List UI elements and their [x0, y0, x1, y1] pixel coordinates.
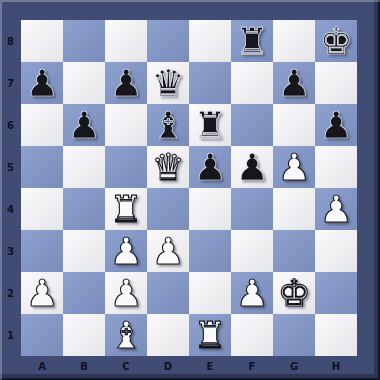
rank-label-3: 3	[0, 230, 21, 272]
square-g5[interactable]: ♟	[273, 146, 315, 188]
rank-label-2: 2	[0, 272, 21, 314]
file-label-f: F	[231, 356, 273, 376]
square-b1[interactable]	[63, 314, 105, 356]
chess-board-frame: 87654321 ABCDEFGH ♜♚♟♟♛♟♟♝♜♟♛♟♟♟♜♟♟♟♟♟♟♚…	[0, 0, 380, 380]
square-b5[interactable]	[63, 146, 105, 188]
square-g2[interactable]: ♚	[273, 272, 315, 314]
square-h8[interactable]: ♚	[315, 20, 357, 62]
rank-labels: 87654321	[0, 20, 21, 356]
square-g7[interactable]: ♟	[273, 62, 315, 104]
square-h6[interactable]: ♟	[315, 104, 357, 146]
piece-white-pawn[interactable]: ♟	[105, 230, 147, 272]
square-c2[interactable]: ♟	[105, 272, 147, 314]
rank-label-8: 8	[0, 20, 21, 62]
piece-black-pawn[interactable]: ♟	[273, 62, 315, 104]
square-f3[interactable]	[231, 230, 273, 272]
piece-white-pawn[interactable]: ♟	[105, 272, 147, 314]
square-a6[interactable]	[21, 104, 63, 146]
square-h4[interactable]: ♟	[315, 188, 357, 230]
file-label-a: A	[21, 356, 63, 376]
square-e7[interactable]	[189, 62, 231, 104]
rank-label-6: 6	[0, 104, 21, 146]
piece-black-pawn[interactable]: ♟	[189, 146, 231, 188]
square-e8[interactable]	[189, 20, 231, 62]
piece-white-rook[interactable]: ♜	[105, 188, 147, 230]
file-label-g: G	[273, 356, 315, 376]
piece-white-pawn[interactable]: ♟	[21, 272, 63, 314]
piece-black-pawn[interactable]: ♟	[231, 146, 273, 188]
square-f8[interactable]: ♜	[231, 20, 273, 62]
square-b2[interactable]	[63, 272, 105, 314]
square-b6[interactable]: ♟	[63, 104, 105, 146]
square-f6[interactable]	[231, 104, 273, 146]
file-label-c: C	[105, 356, 147, 376]
square-a4[interactable]	[21, 188, 63, 230]
square-a8[interactable]	[21, 20, 63, 62]
square-c5[interactable]	[105, 146, 147, 188]
piece-white-pawn[interactable]: ♟	[147, 230, 189, 272]
piece-black-rook[interactable]: ♜	[231, 20, 273, 62]
square-d4[interactable]	[147, 188, 189, 230]
square-g1[interactable]	[273, 314, 315, 356]
piece-white-queen[interactable]: ♛	[147, 146, 189, 188]
square-a2[interactable]: ♟	[21, 272, 63, 314]
square-e4[interactable]	[189, 188, 231, 230]
square-a3[interactable]	[21, 230, 63, 272]
piece-black-pawn[interactable]: ♟	[105, 62, 147, 104]
square-e6[interactable]: ♜	[189, 104, 231, 146]
square-b3[interactable]	[63, 230, 105, 272]
piece-black-pawn[interactable]: ♟	[315, 104, 357, 146]
square-c8[interactable]	[105, 20, 147, 62]
file-labels: ABCDEFGH	[21, 356, 357, 376]
square-e1[interactable]: ♜	[189, 314, 231, 356]
square-d7[interactable]: ♛	[147, 62, 189, 104]
square-g8[interactable]	[273, 20, 315, 62]
square-f2[interactable]: ♟	[231, 272, 273, 314]
square-d8[interactable]	[147, 20, 189, 62]
square-a7[interactable]: ♟	[21, 62, 63, 104]
file-label-d: D	[147, 356, 189, 376]
square-h2[interactable]	[315, 272, 357, 314]
square-d3[interactable]: ♟	[147, 230, 189, 272]
square-f5[interactable]: ♟	[231, 146, 273, 188]
piece-white-pawn[interactable]: ♟	[231, 272, 273, 314]
square-h5[interactable]	[315, 146, 357, 188]
square-f4[interactable]	[231, 188, 273, 230]
chess-board: ♜♚♟♟♛♟♟♝♜♟♛♟♟♟♜♟♟♟♟♟♟♚♝♜	[21, 20, 357, 356]
square-e5[interactable]: ♟	[189, 146, 231, 188]
rank-label-1: 1	[0, 314, 21, 356]
square-e3[interactable]	[189, 230, 231, 272]
square-d1[interactable]	[147, 314, 189, 356]
square-b8[interactable]	[63, 20, 105, 62]
square-h1[interactable]	[315, 314, 357, 356]
square-f1[interactable]	[231, 314, 273, 356]
rank-label-7: 7	[0, 62, 21, 104]
square-b4[interactable]	[63, 188, 105, 230]
square-g4[interactable]	[273, 188, 315, 230]
piece-white-bishop[interactable]: ♝	[105, 314, 147, 356]
square-h3[interactable]	[315, 230, 357, 272]
square-d5[interactable]: ♛	[147, 146, 189, 188]
file-label-e: E	[189, 356, 231, 376]
piece-black-pawn[interactable]: ♟	[63, 104, 105, 146]
piece-black-pawn[interactable]: ♟	[21, 62, 63, 104]
square-e2[interactable]	[189, 272, 231, 314]
square-c4[interactable]: ♜	[105, 188, 147, 230]
square-h7[interactable]	[315, 62, 357, 104]
square-a1[interactable]	[21, 314, 63, 356]
square-c7[interactable]: ♟	[105, 62, 147, 104]
square-c3[interactable]: ♟	[105, 230, 147, 272]
file-label-h: H	[315, 356, 357, 376]
piece-black-king[interactable]: ♚	[315, 20, 357, 62]
square-g3[interactable]	[273, 230, 315, 272]
piece-white-pawn[interactable]: ♟	[273, 146, 315, 188]
piece-black-rook[interactable]: ♜	[189, 104, 231, 146]
square-d6[interactable]: ♝	[147, 104, 189, 146]
piece-black-queen[interactable]: ♛	[147, 62, 189, 104]
rank-label-4: 4	[0, 188, 21, 230]
piece-white-king[interactable]: ♚	[273, 272, 315, 314]
square-d2[interactable]	[147, 272, 189, 314]
square-c6[interactable]	[105, 104, 147, 146]
piece-white-pawn[interactable]: ♟	[315, 188, 357, 230]
square-f7[interactable]	[231, 62, 273, 104]
rank-label-5: 5	[0, 146, 21, 188]
file-label-b: B	[63, 356, 105, 376]
square-b7[interactable]	[63, 62, 105, 104]
square-c1[interactable]: ♝	[105, 314, 147, 356]
square-g6[interactable]	[273, 104, 315, 146]
piece-black-bishop[interactable]: ♝	[147, 104, 189, 146]
square-a5[interactable]	[21, 146, 63, 188]
piece-white-rook[interactable]: ♜	[189, 314, 231, 356]
